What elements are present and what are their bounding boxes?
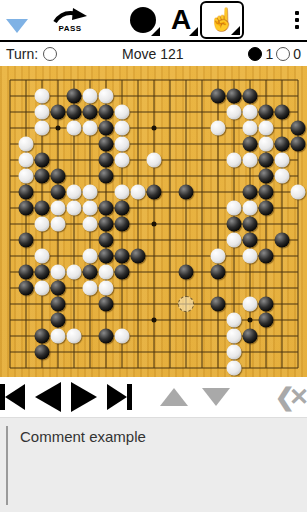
white-stone[interactable] xyxy=(227,345,242,360)
white-stone[interactable] xyxy=(291,185,306,200)
white-stone[interactable] xyxy=(19,169,34,184)
black-stone[interactable] xyxy=(19,201,34,216)
turn-label: Turn: xyxy=(6,46,38,62)
black-stone[interactable] xyxy=(227,89,242,104)
black-stone[interactable] xyxy=(67,89,82,104)
white-stone[interactable] xyxy=(275,153,290,168)
tree-dropdown-icon[interactable] xyxy=(6,19,28,33)
status-bar: Turn: Move 121 1 0 xyxy=(0,42,307,66)
black-stone[interactable] xyxy=(211,265,226,280)
white-stone[interactable] xyxy=(227,329,242,344)
black-stone[interactable] xyxy=(211,89,226,104)
black-stone[interactable] xyxy=(99,249,114,264)
black-stone[interactable] xyxy=(99,121,114,136)
white-capture-count: 0 xyxy=(293,46,301,62)
black-stone[interactable] xyxy=(35,265,50,280)
black-stone[interactable] xyxy=(291,121,306,136)
white-stone[interactable] xyxy=(83,217,98,232)
dropdown-corner-icon xyxy=(151,27,160,36)
black-stone[interactable] xyxy=(259,313,274,328)
white-stone[interactable] xyxy=(35,105,50,120)
black-stone[interactable] xyxy=(35,201,50,216)
black-stone[interactable] xyxy=(99,217,114,232)
white-stone[interactable] xyxy=(227,233,242,248)
black-stone[interactable] xyxy=(51,281,66,296)
white-stone[interactable] xyxy=(35,217,50,232)
black-stone[interactable] xyxy=(99,329,114,344)
white-stone[interactable] xyxy=(115,137,130,152)
pass-button[interactable]: PASS xyxy=(42,8,98,33)
black-stone[interactable] xyxy=(259,297,274,312)
label-tool-button[interactable]: A xyxy=(162,2,200,38)
black-stone[interactable] xyxy=(19,265,34,280)
go-board[interactable] xyxy=(0,66,307,377)
white-stone[interactable] xyxy=(35,89,50,104)
white-stone[interactable] xyxy=(19,137,34,152)
black-stone[interactable] xyxy=(19,281,34,296)
white-stone[interactable] xyxy=(67,265,82,280)
white-stone[interactable] xyxy=(67,121,82,136)
black-stone[interactable] xyxy=(51,185,66,200)
black-stone[interactable] xyxy=(131,249,146,264)
black-stone[interactable] xyxy=(99,201,114,216)
first-move-icon xyxy=(5,384,25,410)
hoshi-point xyxy=(152,126,157,131)
black-stone[interactable] xyxy=(99,169,114,184)
hoshi-point xyxy=(152,222,157,227)
white-stone[interactable] xyxy=(83,201,98,216)
black-stone[interactable] xyxy=(35,169,50,184)
white-stone[interactable] xyxy=(227,105,242,120)
selection-marker[interactable] xyxy=(178,296,194,312)
black-stone[interactable] xyxy=(35,345,50,360)
black-stone[interactable] xyxy=(35,329,50,344)
black-stone[interactable] xyxy=(211,297,226,312)
white-stone[interactable] xyxy=(115,185,130,200)
white-stone[interactable] xyxy=(67,201,82,216)
overflow-menu-button[interactable] xyxy=(295,11,299,29)
black-stone[interactable] xyxy=(115,217,130,232)
last-move-button[interactable] xyxy=(107,384,132,410)
variation-up-button[interactable] xyxy=(160,388,188,406)
black-stone[interactable] xyxy=(51,297,66,312)
white-stone[interactable] xyxy=(99,265,114,280)
white-stone[interactable] xyxy=(67,329,82,344)
close-comment-button[interactable]: ❮✕ xyxy=(275,383,303,411)
black-stone[interactable] xyxy=(115,265,130,280)
white-stone[interactable] xyxy=(243,297,258,312)
comment-accent-line xyxy=(6,426,8,505)
white-stone[interactable] xyxy=(259,121,274,136)
white-stone[interactable] xyxy=(227,313,242,328)
toolbar: PASS A ☝ xyxy=(0,0,307,42)
black-stone[interactable] xyxy=(83,105,98,120)
previous-move-button[interactable] xyxy=(35,382,61,412)
white-stone[interactable] xyxy=(19,153,34,168)
black-stone[interactable] xyxy=(99,233,114,248)
hoshi-point xyxy=(152,318,157,323)
black-stone[interactable] xyxy=(51,169,66,184)
black-stone[interactable] xyxy=(67,105,82,120)
white-stone[interactable] xyxy=(227,201,242,216)
nav-bar: ❮✕ xyxy=(0,377,307,417)
comment-text: Comment example xyxy=(20,428,146,445)
black-stone[interactable] xyxy=(275,233,290,248)
white-stone[interactable] xyxy=(35,281,50,296)
white-stone[interactable] xyxy=(115,105,130,120)
black-capture-count: 1 xyxy=(265,46,273,62)
white-stone[interactable] xyxy=(51,265,66,280)
white-stone[interactable] xyxy=(35,121,50,136)
black-stone[interactable] xyxy=(99,105,114,120)
black-stone[interactable] xyxy=(259,105,274,120)
white-stone[interactable] xyxy=(83,281,98,296)
black-stone[interactable] xyxy=(19,185,34,200)
white-stone[interactable] xyxy=(83,249,98,264)
white-stone[interactable] xyxy=(211,121,226,136)
comment-panel[interactable]: Comment example xyxy=(0,417,307,512)
turn-stone-white-icon xyxy=(43,47,57,61)
white-stone[interactable] xyxy=(243,249,258,264)
white-stone[interactable] xyxy=(67,185,82,200)
dropdown-corner-icon xyxy=(189,27,198,36)
black-stone[interactable] xyxy=(99,137,114,152)
black-stone[interactable] xyxy=(243,233,258,248)
white-stone[interactable] xyxy=(35,249,50,264)
black-stone[interactable] xyxy=(243,217,258,232)
black-stone[interactable] xyxy=(179,185,194,200)
black-stone[interactable] xyxy=(179,265,194,280)
black-stone[interactable] xyxy=(243,137,258,152)
first-move-button[interactable] xyxy=(0,384,25,410)
black-stone[interactable] xyxy=(243,329,258,344)
variation-down-button[interactable] xyxy=(202,388,230,406)
black-stone[interactable] xyxy=(259,201,274,216)
last-move-icon xyxy=(107,384,127,410)
black-stone[interactable] xyxy=(99,297,114,312)
white-stone[interactable] xyxy=(131,185,146,200)
black-stone[interactable] xyxy=(115,201,130,216)
next-move-icon xyxy=(71,382,97,412)
white-stone[interactable] xyxy=(51,217,66,232)
chevron-x-icon: ❮✕ xyxy=(275,383,303,411)
dropdown-corner-icon xyxy=(231,26,240,35)
white-stone[interactable] xyxy=(211,249,226,264)
white-stone[interactable] xyxy=(115,121,130,136)
white-stone[interactable] xyxy=(51,329,66,344)
white-stone[interactable] xyxy=(83,89,98,104)
pass-label: PASS xyxy=(58,24,81,33)
black-stone[interactable] xyxy=(147,185,162,200)
hoshi-point xyxy=(248,318,253,323)
white-stone[interactable] xyxy=(243,153,258,168)
black-capture-icon xyxy=(248,47,262,61)
white-capture-icon xyxy=(276,47,290,61)
black-stone[interactable] xyxy=(259,185,274,200)
hoshi-point xyxy=(56,126,61,131)
black-stone[interactable] xyxy=(83,265,98,280)
black-stone[interactable] xyxy=(19,233,34,248)
white-stone[interactable] xyxy=(147,153,162,168)
black-stone[interactable] xyxy=(259,249,274,264)
white-stone[interactable] xyxy=(99,281,114,296)
white-stone[interactable] xyxy=(243,201,258,216)
white-stone[interactable] xyxy=(83,121,98,136)
black-stone[interactable] xyxy=(51,105,66,120)
black-stone[interactable] xyxy=(99,153,114,168)
black-stone[interactable] xyxy=(243,89,258,104)
white-stone[interactable] xyxy=(243,105,258,120)
white-stone[interactable] xyxy=(243,121,258,136)
black-stone[interactable] xyxy=(291,137,306,152)
black-stone[interactable] xyxy=(227,217,242,232)
white-stone[interactable] xyxy=(227,361,242,376)
black-stone[interactable] xyxy=(275,137,290,152)
white-stone[interactable] xyxy=(227,153,242,168)
white-stone[interactable] xyxy=(115,329,130,344)
white-stone[interactable] xyxy=(115,153,130,168)
black-stone[interactable] xyxy=(259,169,274,184)
white-stone[interactable] xyxy=(259,137,274,152)
white-stone[interactable] xyxy=(99,89,114,104)
black-stone[interactable] xyxy=(35,153,50,168)
black-stone[interactable] xyxy=(115,249,130,264)
next-move-button[interactable] xyxy=(71,382,97,412)
move-counter: Move 121 xyxy=(57,46,248,62)
black-stone[interactable] xyxy=(259,153,274,168)
stone-tool-button[interactable] xyxy=(124,2,162,38)
white-stone[interactable] xyxy=(275,169,290,184)
hand-tool-button-selected[interactable]: ☝ xyxy=(200,1,244,39)
black-stone[interactable] xyxy=(243,185,258,200)
white-stone[interactable] xyxy=(83,185,98,200)
white-stone[interactable] xyxy=(51,201,66,216)
previous-move-icon xyxy=(35,382,61,412)
black-stone[interactable] xyxy=(51,313,66,328)
black-stone[interactable] xyxy=(275,105,290,120)
